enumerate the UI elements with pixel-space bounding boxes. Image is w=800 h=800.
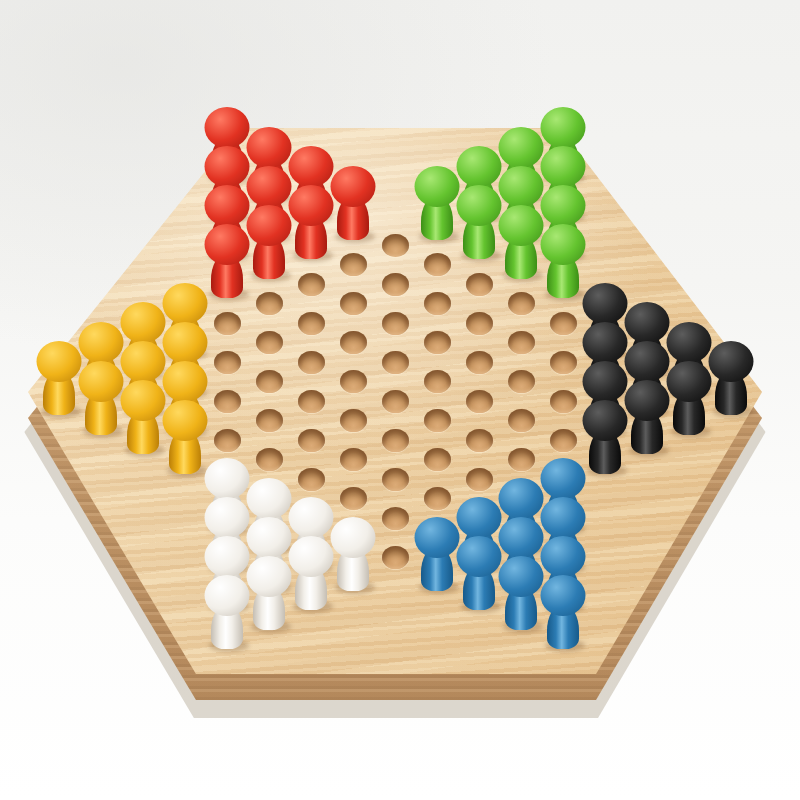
peg-head: [163, 400, 208, 441]
peg-head: [415, 517, 460, 558]
peg-black[interactable]: [623, 372, 671, 454]
peg-red[interactable]: [329, 158, 377, 240]
peg-head: [289, 185, 334, 226]
peg-blue[interactable]: [497, 548, 545, 630]
peg-white[interactable]: [245, 548, 293, 630]
peg-head: [415, 166, 460, 207]
peg-black[interactable]: [707, 333, 755, 415]
peg-white[interactable]: [203, 567, 251, 649]
peg-head: [205, 575, 250, 616]
peg-white[interactable]: [287, 528, 335, 610]
peg-head: [457, 536, 502, 577]
peg-white[interactable]: [329, 509, 377, 591]
peg-head: [499, 556, 544, 597]
pegs-layer: [0, 0, 800, 800]
peg-blue[interactable]: [413, 509, 461, 591]
peg-head: [79, 361, 124, 402]
peg-yellow[interactable]: [119, 372, 167, 454]
peg-head: [541, 224, 586, 265]
peg-green[interactable]: [413, 158, 461, 240]
peg-green[interactable]: [497, 197, 545, 279]
peg-black[interactable]: [665, 353, 713, 435]
peg-head: [331, 517, 376, 558]
peg-black[interactable]: [581, 392, 629, 474]
peg-head: [37, 341, 82, 382]
peg-head: [499, 205, 544, 246]
peg-red[interactable]: [245, 197, 293, 279]
peg-head: [583, 400, 628, 441]
peg-head: [121, 380, 166, 421]
peg-head: [289, 536, 334, 577]
scene: [0, 0, 800, 800]
peg-head: [541, 575, 586, 616]
peg-yellow[interactable]: [161, 392, 209, 474]
peg-red[interactable]: [203, 216, 251, 298]
peg-red[interactable]: [287, 177, 335, 259]
peg-blue[interactable]: [455, 528, 503, 610]
peg-head: [247, 205, 292, 246]
peg-head: [667, 361, 712, 402]
peg-head: [625, 380, 670, 421]
peg-yellow[interactable]: [35, 333, 83, 415]
peg-head: [247, 556, 292, 597]
peg-yellow[interactable]: [77, 353, 125, 435]
peg-head: [331, 166, 376, 207]
peg-head: [709, 341, 754, 382]
peg-blue[interactable]: [539, 567, 587, 649]
peg-head: [457, 185, 502, 226]
peg-green[interactable]: [455, 177, 503, 259]
peg-green[interactable]: [539, 216, 587, 298]
peg-head: [205, 224, 250, 265]
